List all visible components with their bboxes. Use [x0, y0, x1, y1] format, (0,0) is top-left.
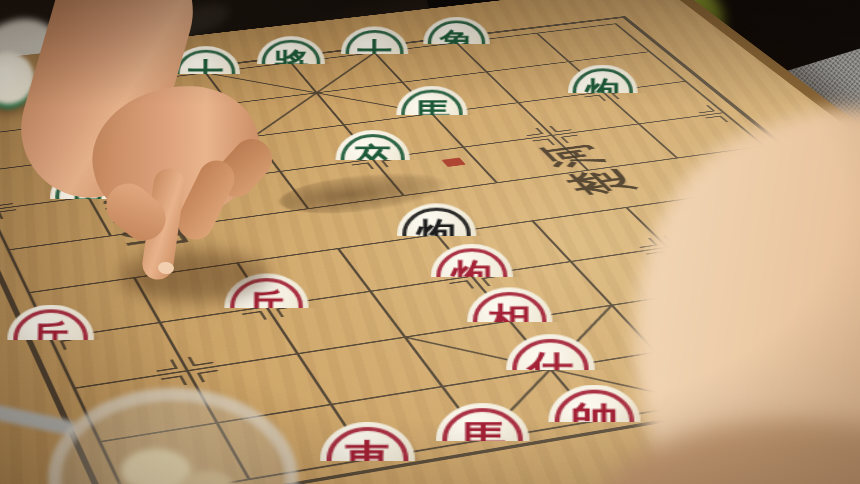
piece-red-兵-r6c0[interactable]: 兵 [7, 305, 95, 373]
piece-black-卒-r3c4[interactable]: 卒 [335, 130, 410, 188]
piece-character: 士 [176, 50, 236, 96]
bowl-contents [121, 449, 191, 484]
piece-red-帥-r9c4[interactable]: 帥 [548, 385, 641, 458]
piece-character: 車 [326, 427, 408, 484]
piece-character: 象 [428, 20, 486, 65]
piece-character: 卒 [152, 158, 218, 209]
piece-black-馬-r2c5[interactable]: 馬 [396, 86, 468, 142]
piece-black-士-r0c3[interactable]: 士 [171, 46, 240, 99]
piece-black-卒-r3c0[interactable]: 卒 [0, 179, 29, 240]
piece-character: 士 [345, 30, 403, 75]
piece-character: 馬 [401, 90, 463, 138]
piece-black-士-r0c5[interactable]: 士 [341, 26, 408, 78]
piece-character: 帥 [555, 390, 635, 453]
xiangqi-photo-scene: 楚河 漢界 象士將士象車馬馬炮卒車卒卒炮兵兵兵炮兵相馬炮仕車馬帥仕 [0, 0, 860, 484]
piece-character: 炮 [572, 68, 633, 115]
piece-character: 卒 [341, 134, 405, 184]
piece-character: 象 [88, 60, 148, 107]
piece-black-將-r0c4[interactable]: 將 [257, 36, 325, 89]
piece-red-車-r9c2[interactable]: 車 [320, 422, 415, 484]
piece-character: 兵 [230, 278, 303, 335]
